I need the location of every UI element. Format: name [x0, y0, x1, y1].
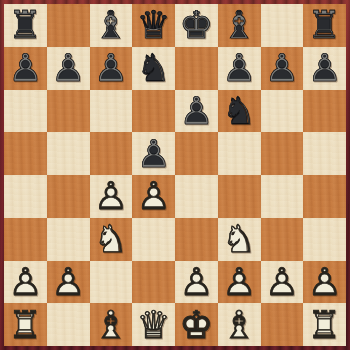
chess-board: ♜♝♛♚♝♜♟♟♟♞♟♟♟♟♞♟♟♟♞♞♟♟♟♟♟♟♜♝♛♚♝♜: [4, 4, 346, 346]
black-bishop[interactable]: ♝: [218, 4, 261, 47]
white-bishop[interactable]: ♝: [218, 303, 261, 346]
black-pawn[interactable]: ♟: [47, 47, 90, 90]
square-e4[interactable]: [175, 175, 218, 218]
square-a6[interactable]: [4, 90, 47, 133]
square-g5[interactable]: [261, 132, 304, 175]
black-pawn[interactable]: ♟: [4, 47, 47, 90]
black-pawn[interactable]: ♟: [90, 47, 133, 90]
square-d8[interactable]: ♛: [132, 4, 175, 47]
square-f5[interactable]: [218, 132, 261, 175]
white-bishop[interactable]: ♝: [90, 303, 133, 346]
white-rook[interactable]: ♜: [4, 303, 47, 346]
square-e5[interactable]: [175, 132, 218, 175]
square-g7[interactable]: ♟: [261, 47, 304, 90]
square-e8[interactable]: ♚: [175, 4, 218, 47]
square-b3[interactable]: [47, 218, 90, 261]
white-knight[interactable]: ♞: [90, 218, 133, 261]
square-a3[interactable]: [4, 218, 47, 261]
square-b7[interactable]: ♟: [47, 47, 90, 90]
white-pawn[interactable]: ♟: [4, 261, 47, 304]
black-pawn[interactable]: ♟: [132, 132, 175, 175]
square-g1[interactable]: [261, 303, 304, 346]
square-e2[interactable]: ♟: [175, 261, 218, 304]
square-c5[interactable]: [90, 132, 133, 175]
square-c1[interactable]: ♝: [90, 303, 133, 346]
square-c6[interactable]: [90, 90, 133, 133]
square-e6[interactable]: ♟: [175, 90, 218, 133]
square-f2[interactable]: ♟: [218, 261, 261, 304]
square-h7[interactable]: ♟: [303, 47, 346, 90]
white-pawn[interactable]: ♟: [175, 261, 218, 304]
square-f3[interactable]: ♞: [218, 218, 261, 261]
board-frame: ♜♝♛♚♝♜♟♟♟♞♟♟♟♟♞♟♟♟♞♞♟♟♟♟♟♟♜♝♛♚♝♜: [0, 0, 350, 350]
square-h4[interactable]: [303, 175, 346, 218]
square-c3[interactable]: ♞: [90, 218, 133, 261]
square-d7[interactable]: ♞: [132, 47, 175, 90]
black-pawn[interactable]: ♟: [303, 47, 346, 90]
white-knight[interactable]: ♞: [218, 218, 261, 261]
square-b1[interactable]: [47, 303, 90, 346]
black-king[interactable]: ♚: [175, 4, 218, 47]
white-king[interactable]: ♚: [175, 303, 218, 346]
square-g3[interactable]: [261, 218, 304, 261]
square-d5[interactable]: ♟: [132, 132, 175, 175]
square-h3[interactable]: [303, 218, 346, 261]
white-pawn[interactable]: ♟: [90, 175, 133, 218]
square-a8[interactable]: ♜: [4, 4, 47, 47]
black-queen[interactable]: ♛: [132, 4, 175, 47]
black-knight[interactable]: ♞: [132, 47, 175, 90]
square-f7[interactable]: ♟: [218, 47, 261, 90]
black-bishop[interactable]: ♝: [90, 4, 133, 47]
square-d2[interactable]: [132, 261, 175, 304]
square-b5[interactable]: [47, 132, 90, 175]
black-pawn[interactable]: ♟: [175, 90, 218, 133]
square-h6[interactable]: [303, 90, 346, 133]
square-c7[interactable]: ♟: [90, 47, 133, 90]
square-a5[interactable]: [4, 132, 47, 175]
square-f8[interactable]: ♝: [218, 4, 261, 47]
square-b4[interactable]: [47, 175, 90, 218]
square-h2[interactable]: ♟: [303, 261, 346, 304]
square-a4[interactable]: [4, 175, 47, 218]
black-rook[interactable]: ♜: [303, 4, 346, 47]
square-d3[interactable]: [132, 218, 175, 261]
square-g4[interactable]: [261, 175, 304, 218]
square-a1[interactable]: ♜: [4, 303, 47, 346]
square-f6[interactable]: ♞: [218, 90, 261, 133]
square-g6[interactable]: [261, 90, 304, 133]
white-pawn[interactable]: ♟: [47, 261, 90, 304]
square-c4[interactable]: ♟: [90, 175, 133, 218]
square-h5[interactable]: [303, 132, 346, 175]
white-queen[interactable]: ♛: [132, 303, 175, 346]
square-e7[interactable]: [175, 47, 218, 90]
square-b6[interactable]: [47, 90, 90, 133]
square-e3[interactable]: [175, 218, 218, 261]
white-pawn[interactable]: ♟: [218, 261, 261, 304]
white-pawn[interactable]: ♟: [261, 261, 304, 304]
black-pawn[interactable]: ♟: [261, 47, 304, 90]
square-b8[interactable]: [47, 4, 90, 47]
square-b2[interactable]: ♟: [47, 261, 90, 304]
black-rook[interactable]: ♜: [4, 4, 47, 47]
black-knight[interactable]: ♞: [218, 90, 261, 133]
square-g2[interactable]: ♟: [261, 261, 304, 304]
square-g8[interactable]: [261, 4, 304, 47]
square-d1[interactable]: ♛: [132, 303, 175, 346]
square-h1[interactable]: ♜: [303, 303, 346, 346]
square-h8[interactable]: ♜: [303, 4, 346, 47]
black-pawn[interactable]: ♟: [218, 47, 261, 90]
square-a7[interactable]: ♟: [4, 47, 47, 90]
square-d4[interactable]: ♟: [132, 175, 175, 218]
white-rook[interactable]: ♜: [303, 303, 346, 346]
square-c2[interactable]: [90, 261, 133, 304]
square-a2[interactable]: ♟: [4, 261, 47, 304]
white-pawn[interactable]: ♟: [132, 175, 175, 218]
square-c8[interactable]: ♝: [90, 4, 133, 47]
square-d6[interactable]: [132, 90, 175, 133]
white-pawn[interactable]: ♟: [303, 261, 346, 304]
square-f4[interactable]: [218, 175, 261, 218]
square-f1[interactable]: ♝: [218, 303, 261, 346]
square-e1[interactable]: ♚: [175, 303, 218, 346]
